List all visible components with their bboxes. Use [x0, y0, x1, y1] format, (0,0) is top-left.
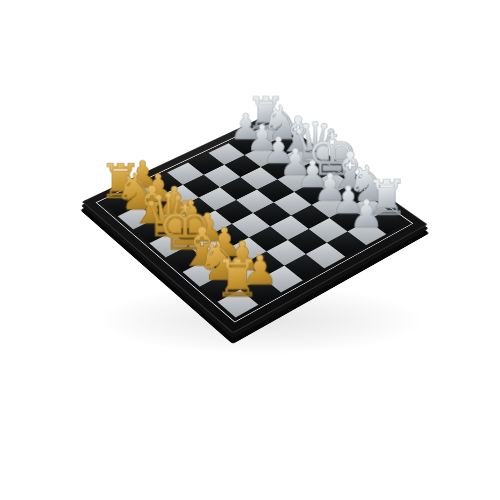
piece-gold-rook[interactable]: ♜: [187, 251, 290, 303]
product-photo: ♜♞♝♛♚♝♞♜♟♟♟♟♟♟♟♟♟♟♟♟♟♟♟♟♜♞♝♛♚♝♞♜: [0, 0, 500, 500]
chessboard-scene: ♜♞♝♛♚♝♞♜♟♟♟♟♟♟♟♟♟♟♟♟♟♟♟♟♜♞♝♛♚♝♞♜: [0, 0, 500, 500]
piece-silver-pawn[interactable]: ♟: [319, 194, 416, 233]
chessboard: ♜♞♝♛♚♝♞♜♟♟♟♟♟♟♟♟♟♟♟♟♟♟♟♟♜♞♝♛♚♝♞♜: [82, 114, 428, 334]
board-squares: ♜♞♝♛♚♝♞♜♟♟♟♟♟♟♟♟♟♟♟♟♟♟♟♟♜♞♝♛♚♝♞♜: [102, 125, 406, 318]
